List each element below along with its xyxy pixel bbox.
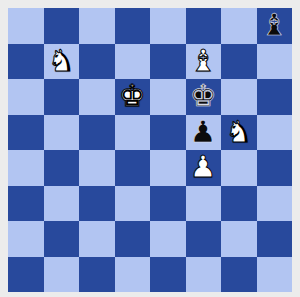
square-e1[interactable]: [150, 257, 186, 293]
square-c2[interactable]: [79, 221, 115, 257]
square-b7[interactable]: ♞: [44, 44, 80, 80]
square-h3[interactable]: [257, 186, 293, 222]
square-c4[interactable]: [79, 150, 115, 186]
square-g6[interactable]: [221, 79, 257, 115]
square-c8[interactable]: [79, 8, 115, 44]
square-g8[interactable]: [221, 8, 257, 44]
square-d5[interactable]: [115, 115, 151, 151]
piece-white-bishop-f7[interactable]: ♝: [190, 44, 217, 79]
square-d3[interactable]: [115, 186, 151, 222]
square-f3[interactable]: [186, 186, 222, 222]
square-b2[interactable]: [44, 221, 80, 257]
piece-black-bishop-h8[interactable]: ♝: [261, 8, 288, 43]
square-f1[interactable]: [186, 257, 222, 293]
square-d6[interactable]: ♚: [115, 79, 151, 115]
square-a8[interactable]: [8, 8, 44, 44]
square-d2[interactable]: [115, 221, 151, 257]
square-c5[interactable]: [79, 115, 115, 151]
piece-white-pawn-f4[interactable]: ♟: [190, 150, 217, 185]
square-h8[interactable]: ♝: [257, 8, 293, 44]
square-e8[interactable]: [150, 8, 186, 44]
square-a6[interactable]: [8, 79, 44, 115]
square-a4[interactable]: [8, 150, 44, 186]
square-g1[interactable]: [221, 257, 257, 293]
square-a3[interactable]: [8, 186, 44, 222]
square-e3[interactable]: [150, 186, 186, 222]
square-g7[interactable]: [221, 44, 257, 80]
square-d4[interactable]: [115, 150, 151, 186]
square-a2[interactable]: [8, 221, 44, 257]
square-h4[interactable]: [257, 150, 293, 186]
square-c3[interactable]: [79, 186, 115, 222]
square-g2[interactable]: [221, 221, 257, 257]
piece-black-king-f6[interactable]: ♚: [190, 79, 217, 114]
square-g4[interactable]: [221, 150, 257, 186]
piece-white-knight-b7[interactable]: ♞: [48, 44, 75, 79]
piece-white-knight-g5[interactable]: ♞: [225, 115, 252, 150]
square-h6[interactable]: [257, 79, 293, 115]
square-f7[interactable]: ♝: [186, 44, 222, 80]
square-g5[interactable]: ♞: [221, 115, 257, 151]
square-b3[interactable]: [44, 186, 80, 222]
square-b5[interactable]: [44, 115, 80, 151]
square-b8[interactable]: [44, 8, 80, 44]
square-h5[interactable]: [257, 115, 293, 151]
square-f2[interactable]: [186, 221, 222, 257]
square-e2[interactable]: [150, 221, 186, 257]
square-c7[interactable]: [79, 44, 115, 80]
square-e6[interactable]: [150, 79, 186, 115]
board-frame: ♝♞♝♚♚♟♞♟: [8, 8, 292, 292]
chess-board: ♝♞♝♚♚♟♞♟: [8, 8, 292, 292]
square-b1[interactable]: [44, 257, 80, 293]
square-h2[interactable]: [257, 221, 293, 257]
piece-white-king-d6[interactable]: ♚: [119, 79, 146, 114]
square-f8[interactable]: [186, 8, 222, 44]
square-a7[interactable]: [8, 44, 44, 80]
square-c1[interactable]: [79, 257, 115, 293]
square-d7[interactable]: [115, 44, 151, 80]
square-e7[interactable]: [150, 44, 186, 80]
square-b6[interactable]: [44, 79, 80, 115]
square-h7[interactable]: [257, 44, 293, 80]
piece-black-pawn-f5[interactable]: ♟: [190, 115, 217, 150]
square-e5[interactable]: [150, 115, 186, 151]
square-a5[interactable]: [8, 115, 44, 151]
square-h1[interactable]: [257, 257, 293, 293]
square-a1[interactable]: [8, 257, 44, 293]
square-f4[interactable]: ♟: [186, 150, 222, 186]
square-d8[interactable]: [115, 8, 151, 44]
square-f5[interactable]: ♟: [186, 115, 222, 151]
square-b4[interactable]: [44, 150, 80, 186]
square-d1[interactable]: [115, 257, 151, 293]
square-e4[interactable]: [150, 150, 186, 186]
square-c6[interactable]: [79, 79, 115, 115]
square-g3[interactable]: [221, 186, 257, 222]
square-f6[interactable]: ♚: [186, 79, 222, 115]
